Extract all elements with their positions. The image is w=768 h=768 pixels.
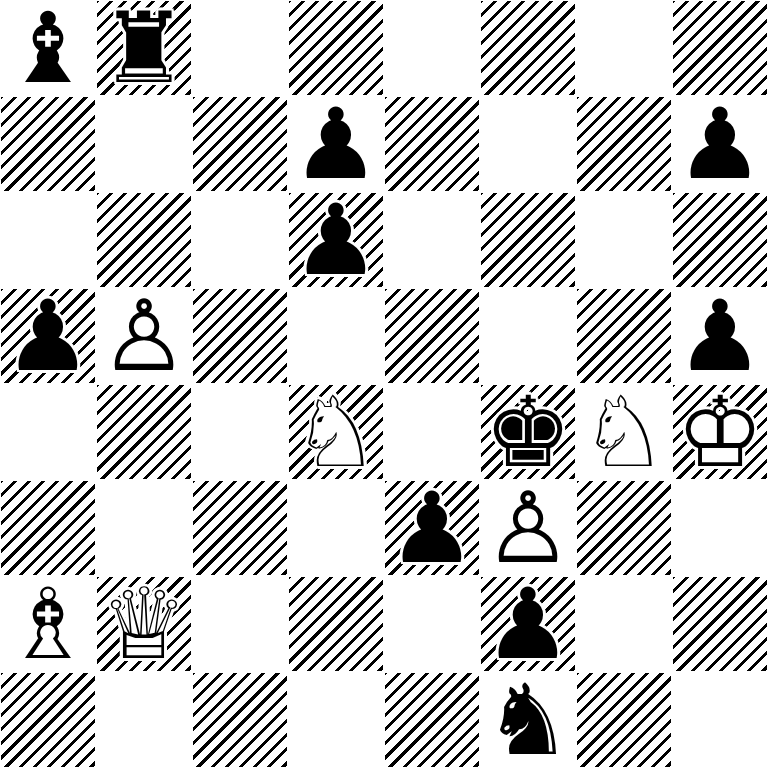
black-knight-piece: ♞♞: [480, 672, 576, 768]
square-f6[interactable]: [480, 192, 576, 288]
square-d6[interactable]: ♟♟: [288, 192, 384, 288]
square-c6[interactable]: [192, 192, 288, 288]
square-g2[interactable]: [576, 576, 672, 672]
square-h6[interactable]: [672, 192, 768, 288]
square-c7[interactable]: [192, 96, 288, 192]
square-g1[interactable]: [576, 672, 672, 768]
square-e4[interactable]: [384, 384, 480, 480]
piece-glyph: ♟: [292, 96, 380, 192]
square-c1[interactable]: [192, 672, 288, 768]
square-h7[interactable]: ♟♟: [672, 96, 768, 192]
white-knight-piece: ♞♘: [288, 384, 384, 480]
square-d3[interactable]: [288, 480, 384, 576]
square-g6[interactable]: [576, 192, 672, 288]
piece-glyph: ♟: [292, 192, 380, 288]
square-h3[interactable]: [672, 480, 768, 576]
square-b7[interactable]: [96, 96, 192, 192]
white-bishop-piece: ♝♗: [0, 576, 96, 672]
square-g7[interactable]: [576, 96, 672, 192]
square-h4[interactable]: ♚♔: [672, 384, 768, 480]
square-c8[interactable]: [192, 0, 288, 96]
square-f5[interactable]: [480, 288, 576, 384]
piece-glyph: ♘: [580, 384, 668, 480]
piece-fill-halo: ♞: [292, 384, 380, 480]
square-h8[interactable]: [672, 0, 768, 96]
square-c5[interactable]: [192, 288, 288, 384]
square-f4[interactable]: ♚♚: [480, 384, 576, 480]
square-b8[interactable]: ♜♜: [96, 0, 192, 96]
square-d4[interactable]: ♞♘: [288, 384, 384, 480]
black-pawn-piece: ♟♟: [672, 96, 768, 192]
black-pawn-piece: ♟♟: [0, 288, 96, 384]
square-b5[interactable]: ♟♙: [96, 288, 192, 384]
piece-glyph: ♝: [4, 0, 92, 96]
piece-glyph: ♜: [100, 0, 188, 96]
piece-fill-halo: ♟: [292, 96, 380, 192]
white-king-piece: ♚♔: [672, 384, 768, 480]
piece-fill-halo: ♞: [580, 384, 668, 480]
black-king-piece: ♚♚: [480, 384, 576, 480]
piece-glyph: ♘: [292, 384, 380, 480]
piece-glyph: ♗: [4, 576, 92, 672]
square-e2[interactable]: [384, 576, 480, 672]
square-d8[interactable]: [288, 0, 384, 96]
black-pawn-piece: ♟♟: [288, 96, 384, 192]
square-e1[interactable]: [384, 672, 480, 768]
square-b2[interactable]: ♛♕: [96, 576, 192, 672]
square-b3[interactable]: [96, 480, 192, 576]
square-d7[interactable]: ♟♟: [288, 96, 384, 192]
black-pawn-piece: ♟♟: [288, 192, 384, 288]
square-d1[interactable]: [288, 672, 384, 768]
square-c4[interactable]: [192, 384, 288, 480]
piece-fill-halo: ♝: [4, 0, 92, 96]
square-b6[interactable]: [96, 192, 192, 288]
black-rook-piece: ♜♜: [96, 0, 192, 96]
piece-fill-halo: ♛: [100, 576, 188, 672]
white-pawn-piece: ♟♙: [480, 480, 576, 576]
square-a8[interactable]: ♝♝: [0, 0, 96, 96]
black-pawn-piece: ♟♟: [384, 480, 480, 576]
piece-fill-halo: ♟: [292, 192, 380, 288]
piece-fill-halo: ♟: [100, 288, 188, 384]
square-g8[interactable]: [576, 0, 672, 96]
square-a1[interactable]: [0, 672, 96, 768]
piece-glyph: ♟: [484, 576, 572, 672]
square-h1[interactable]: [672, 672, 768, 768]
square-e7[interactable]: [384, 96, 480, 192]
square-a2[interactable]: ♝♗: [0, 576, 96, 672]
square-a7[interactable]: [0, 96, 96, 192]
piece-fill-halo: ♚: [484, 384, 572, 480]
piece-fill-halo: ♟: [484, 480, 572, 576]
piece-fill-halo: ♚: [676, 384, 764, 480]
square-b4[interactable]: [96, 384, 192, 480]
white-knight-piece: ♞♘: [576, 384, 672, 480]
square-g3[interactable]: [576, 480, 672, 576]
square-h5[interactable]: ♟♟: [672, 288, 768, 384]
square-a4[interactable]: [0, 384, 96, 480]
square-f2[interactable]: ♟♟: [480, 576, 576, 672]
square-e6[interactable]: [384, 192, 480, 288]
square-e5[interactable]: [384, 288, 480, 384]
square-b1[interactable]: [96, 672, 192, 768]
square-f3[interactable]: ♟♙: [480, 480, 576, 576]
square-f1[interactable]: ♞♞: [480, 672, 576, 768]
piece-glyph: ♟: [676, 288, 764, 384]
piece-fill-halo: ♟: [4, 288, 92, 384]
piece-glyph: ♚: [484, 384, 572, 480]
piece-fill-halo: ♞: [484, 672, 572, 768]
white-queen-piece: ♛♕: [96, 576, 192, 672]
piece-glyph: ♞: [484, 672, 572, 768]
square-a5[interactable]: ♟♟: [0, 288, 96, 384]
piece-glyph: ♔: [676, 384, 764, 480]
square-e3[interactable]: ♟♟: [384, 480, 480, 576]
black-pawn-piece: ♟♟: [672, 288, 768, 384]
square-d2[interactable]: [288, 576, 384, 672]
piece-fill-halo: ♝: [4, 576, 92, 672]
piece-glyph: ♙: [100, 288, 188, 384]
piece-fill-halo: ♟: [676, 288, 764, 384]
piece-fill-halo: ♜: [100, 0, 188, 96]
square-c2[interactable]: [192, 576, 288, 672]
square-g5[interactable]: [576, 288, 672, 384]
chess-board: ♝♝♜♜♟♟♟♟♟♟♟♟♟♙♟♟♞♘♚♚♞♘♚♔♟♟♟♙♝♗♛♕♟♟♞♞: [0, 0, 768, 768]
piece-fill-halo: ♟: [484, 576, 572, 672]
white-pawn-piece: ♟♙: [96, 288, 192, 384]
square-a6[interactable]: [0, 192, 96, 288]
square-d5[interactable]: [288, 288, 384, 384]
square-f7[interactable]: [480, 96, 576, 192]
piece-fill-halo: ♟: [676, 96, 764, 192]
piece-glyph: ♕: [100, 576, 188, 672]
piece-glyph: ♟: [388, 480, 476, 576]
black-bishop-piece: ♝♝: [0, 0, 96, 96]
square-c3[interactable]: [192, 480, 288, 576]
square-h2[interactable]: [672, 576, 768, 672]
piece-fill-halo: ♟: [388, 480, 476, 576]
square-f8[interactable]: [480, 0, 576, 96]
square-g4[interactable]: ♞♘: [576, 384, 672, 480]
piece-glyph: ♟: [676, 96, 764, 192]
square-a3[interactable]: [0, 480, 96, 576]
black-pawn-piece: ♟♟: [480, 576, 576, 672]
piece-glyph: ♙: [484, 480, 572, 576]
square-e8[interactable]: [384, 0, 480, 96]
piece-glyph: ♟: [4, 288, 92, 384]
